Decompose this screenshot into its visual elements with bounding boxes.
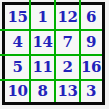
- cell-r3c1: 8: [30, 80, 55, 102]
- board-grid: 15 1 12 6 4 14 7 9 5 11 2 16 10 8 13 3: [5, 5, 102, 102]
- cell-r1c1: 14: [30, 30, 55, 55]
- cell-r2c2: 2: [55, 55, 80, 80]
- cell-r0c3: 6: [80, 5, 102, 30]
- cell-r1c0: 4: [5, 30, 30, 55]
- cell-r3c0: 10: [5, 80, 30, 102]
- cell-r2c1: 11: [30, 55, 55, 80]
- cell-r0c0: 15: [5, 5, 30, 30]
- cell-r2c0: 5: [5, 55, 30, 80]
- cell-r1c2: 7: [55, 30, 80, 55]
- cell-r0c1: 1: [30, 5, 55, 30]
- cell-r3c2: 13: [55, 80, 80, 102]
- cell-r2c3: 16: [80, 55, 102, 80]
- magic-square-board: 15 1 12 6 4 14 7 9 5 11 2 16 10 8 13 3: [0, 0, 109, 109]
- cell-r0c2: 12: [55, 5, 80, 30]
- cell-r1c3: 9: [80, 30, 102, 55]
- cell-r3c3: 3: [80, 80, 102, 102]
